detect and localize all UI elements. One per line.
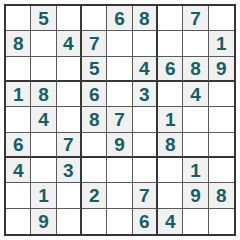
cell-r3c9[interactable]: 9 xyxy=(209,57,234,82)
cell-r1c5[interactable]: 6 xyxy=(107,6,132,31)
cell-r8c1[interactable] xyxy=(6,183,31,208)
cell-r5c7[interactable]: 1 xyxy=(158,107,183,132)
cell-r8c3[interactable] xyxy=(57,183,82,208)
cell-r7c5[interactable] xyxy=(107,158,132,183)
cell-r8c9[interactable]: 8 xyxy=(209,183,234,208)
cell-r9c9[interactable] xyxy=(209,209,234,234)
cell-r6c5[interactable]: 9 xyxy=(107,133,132,158)
cell-r8c6[interactable]: 7 xyxy=(133,183,158,208)
cell-r3c8[interactable]: 8 xyxy=(183,57,208,82)
cell-r4c6[interactable]: 3 xyxy=(133,82,158,107)
cell-r1c3[interactable] xyxy=(57,6,82,31)
cell-r7c8[interactable]: 1 xyxy=(183,158,208,183)
cell-r5c2[interactable]: 4 xyxy=(31,107,56,132)
cell-r3c1[interactable] xyxy=(6,57,31,82)
cell-r3c7[interactable]: 6 xyxy=(158,57,183,82)
cell-r9c2[interactable]: 9 xyxy=(31,209,56,234)
cell-r5c1[interactable] xyxy=(6,107,31,132)
cell-r5c9[interactable] xyxy=(209,107,234,132)
cell-r3c6[interactable]: 4 xyxy=(133,57,158,82)
cell-r8c7[interactable] xyxy=(158,183,183,208)
cell-r6c2[interactable] xyxy=(31,133,56,158)
cell-r7c4[interactable] xyxy=(82,158,107,183)
cell-r8c4[interactable]: 2 xyxy=(82,183,107,208)
cell-r5c4[interactable]: 8 xyxy=(82,107,107,132)
cell-r5c3[interactable] xyxy=(57,107,82,132)
cell-r4c5[interactable] xyxy=(107,82,132,107)
cell-r4c2[interactable]: 8 xyxy=(31,82,56,107)
cell-r7c1[interactable]: 4 xyxy=(6,158,31,183)
cell-r8c2[interactable]: 1 xyxy=(31,183,56,208)
cell-r2c5[interactable] xyxy=(107,31,132,56)
cell-r8c8[interactable]: 9 xyxy=(183,183,208,208)
cell-r7c9[interactable] xyxy=(209,158,234,183)
cell-r1c8[interactable]: 7 xyxy=(183,6,208,31)
cell-r2c1[interactable]: 8 xyxy=(6,31,31,56)
cell-r3c4[interactable]: 5 xyxy=(82,57,107,82)
cell-r9c4[interactable] xyxy=(82,209,107,234)
cell-r8c5[interactable] xyxy=(107,183,132,208)
cell-r1c9[interactable] xyxy=(209,6,234,31)
cell-r6c6[interactable] xyxy=(133,133,158,158)
cell-r4c4[interactable]: 6 xyxy=(82,82,107,107)
cell-r4c7[interactable] xyxy=(158,82,183,107)
cell-r1c6[interactable]: 8 xyxy=(133,6,158,31)
cell-r2c6[interactable] xyxy=(133,31,158,56)
cell-r2c7[interactable] xyxy=(158,31,183,56)
cell-r7c7[interactable] xyxy=(158,158,183,183)
cell-r9c5[interactable] xyxy=(107,209,132,234)
cell-r2c2[interactable] xyxy=(31,31,56,56)
cell-r1c4[interactable] xyxy=(82,6,107,31)
cell-r9c6[interactable]: 6 xyxy=(133,209,158,234)
cell-r4c1[interactable]: 1 xyxy=(6,82,31,107)
cell-r3c3[interactable] xyxy=(57,57,82,82)
cell-r4c8[interactable]: 4 xyxy=(183,82,208,107)
cell-r9c7[interactable]: 4 xyxy=(158,209,183,234)
cell-r9c1[interactable] xyxy=(6,209,31,234)
cell-r3c5[interactable] xyxy=(107,57,132,82)
cell-r4c9[interactable] xyxy=(209,82,234,107)
cell-r2c4[interactable]: 7 xyxy=(82,31,107,56)
cell-r6c4[interactable] xyxy=(82,133,107,158)
cell-r7c6[interactable] xyxy=(133,158,158,183)
cell-r6c1[interactable]: 6 xyxy=(6,133,31,158)
sudoku-board: 5687847154689186344871679843112798964 xyxy=(4,4,236,236)
cell-r5c6[interactable] xyxy=(133,107,158,132)
cell-r5c8[interactable] xyxy=(183,107,208,132)
cell-r4c3[interactable] xyxy=(57,82,82,107)
cell-r6c8[interactable] xyxy=(183,133,208,158)
cell-r1c7[interactable] xyxy=(158,6,183,31)
cell-r6c7[interactable]: 8 xyxy=(158,133,183,158)
cell-r7c2[interactable] xyxy=(31,158,56,183)
sudoku-screen: 5687847154689186344871679843112798964 xyxy=(0,0,240,240)
cell-r2c3[interactable]: 4 xyxy=(57,31,82,56)
cell-r5c5[interactable]: 7 xyxy=(107,107,132,132)
cell-r1c1[interactable] xyxy=(6,6,31,31)
cell-r6c3[interactable]: 7 xyxy=(57,133,82,158)
cell-r2c9[interactable]: 1 xyxy=(209,31,234,56)
cell-r7c3[interactable]: 3 xyxy=(57,158,82,183)
cell-r1c2[interactable]: 5 xyxy=(31,6,56,31)
cell-r3c2[interactable] xyxy=(31,57,56,82)
cell-r9c8[interactable] xyxy=(183,209,208,234)
cell-r9c3[interactable] xyxy=(57,209,82,234)
cell-r2c8[interactable] xyxy=(183,31,208,56)
cell-r6c9[interactable] xyxy=(209,133,234,158)
